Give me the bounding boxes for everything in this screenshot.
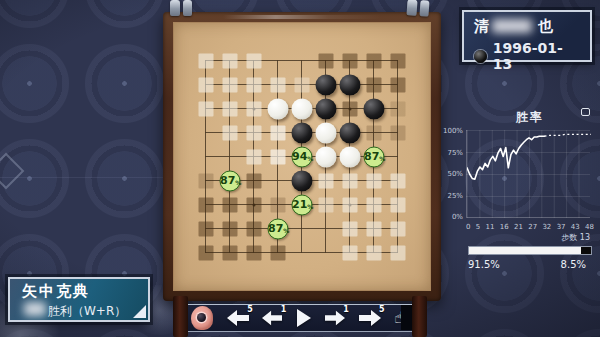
winrate-title: 胜率 bbox=[516, 110, 544, 124]
white-territory-marker bbox=[366, 245, 381, 260]
white-territory-marker bbox=[342, 197, 357, 212]
white-territory-marker bbox=[342, 245, 357, 260]
app-screen: 94%87%87%21%87% 清 也 1996-01-13 胜率 100%75… bbox=[0, 0, 600, 337]
percent-sign: % bbox=[283, 226, 289, 233]
x-tick: 11 bbox=[486, 223, 495, 231]
arrow-left-icon bbox=[227, 310, 249, 326]
white-territory-marker bbox=[366, 221, 381, 236]
player-info-panel: 矢中克典 胜利（W+R） bbox=[8, 277, 150, 322]
winrate-bar bbox=[468, 246, 592, 255]
back-5-moves-button[interactable]: 5 bbox=[227, 310, 249, 326]
star-point bbox=[252, 203, 255, 206]
star-point bbox=[348, 203, 351, 206]
black-territory-marker bbox=[222, 221, 237, 236]
black-stone bbox=[339, 122, 360, 143]
move-number-label: 步数 13 bbox=[440, 232, 590, 243]
ai-move-hint[interactable]: 87% bbox=[219, 170, 240, 191]
y-tick: 50% bbox=[447, 170, 463, 178]
black-territory-marker bbox=[198, 197, 213, 212]
opponent-info-panel: 清 也 1996-01-13 bbox=[462, 10, 592, 62]
hint-winrate: 21 bbox=[292, 197, 307, 210]
ai-move-hint[interactable]: 94% bbox=[291, 146, 312, 167]
white-stone bbox=[339, 146, 360, 167]
black-stone bbox=[291, 122, 312, 143]
x-axis-labels: 051116212732374348 bbox=[466, 223, 594, 231]
y-axis-labels: 100%75%50%25%0% bbox=[440, 127, 466, 221]
back-1-move-button[interactable]: 1 bbox=[262, 310, 282, 326]
hint-winrate: 87 bbox=[364, 149, 379, 162]
white-territory-marker bbox=[270, 149, 285, 164]
x-tick: 32 bbox=[542, 223, 551, 231]
x-tick: 16 bbox=[500, 223, 509, 231]
play-icon bbox=[296, 309, 311, 327]
white-territory-marker bbox=[366, 173, 381, 188]
clip-plate bbox=[170, 0, 180, 16]
white-territory-marker bbox=[222, 125, 237, 140]
go-board[interactable]: 94%87%87%21%87% bbox=[173, 22, 431, 291]
black-territory-marker bbox=[390, 77, 405, 92]
winrate-panel: 胜率 100%75%50%25%0% 051116212732374348 步数… bbox=[440, 106, 600, 270]
white-territory-marker bbox=[270, 77, 285, 92]
y-tick: 25% bbox=[447, 192, 463, 200]
black-winrate-pct: 8.5% bbox=[561, 259, 586, 270]
white-territory-marker bbox=[342, 173, 357, 188]
star-point bbox=[348, 107, 351, 110]
ai-move-hint[interactable]: 21% bbox=[291, 194, 312, 215]
opponent-name: 清 也 bbox=[474, 17, 580, 37]
ai-analysis-button[interactable] bbox=[191, 306, 213, 330]
percent-sign: % bbox=[307, 154, 313, 161]
forward-1-move-button[interactable]: 1 bbox=[325, 310, 345, 326]
white-territory-marker bbox=[270, 125, 285, 140]
go-board-frame: 94%87%87%21%87% bbox=[163, 12, 441, 301]
black-stone bbox=[315, 98, 336, 119]
black-territory-marker bbox=[342, 101, 357, 116]
black-winrate-segment bbox=[581, 247, 591, 254]
expand-chart-icon[interactable] bbox=[581, 108, 590, 116]
black-territory-marker bbox=[222, 245, 237, 260]
white-stone bbox=[267, 98, 288, 119]
black-territory-marker bbox=[222, 197, 237, 212]
y-tick: 0% bbox=[452, 213, 463, 221]
x-tick: 48 bbox=[585, 223, 594, 231]
arrow-right-icon bbox=[325, 310, 345, 326]
winrate-line-chart bbox=[467, 130, 591, 218]
white-winrate-segment bbox=[469, 247, 581, 254]
white-territory-marker bbox=[222, 101, 237, 116]
winrate-plot bbox=[466, 130, 590, 218]
step-count-label: 5 bbox=[247, 305, 253, 314]
white-territory-marker bbox=[366, 197, 381, 212]
percent-sign: % bbox=[235, 178, 241, 185]
white-territory-marker bbox=[222, 77, 237, 92]
arrow-right-icon bbox=[359, 310, 381, 326]
black-territory-marker bbox=[390, 53, 405, 68]
ai-move-hint[interactable]: 87% bbox=[363, 146, 384, 167]
y-tick: 100% bbox=[443, 127, 463, 135]
censored-color-blur bbox=[24, 302, 46, 316]
hanger-clip-right bbox=[406, 0, 429, 17]
hint-winrate: 87 bbox=[268, 221, 283, 234]
x-tick: 5 bbox=[476, 223, 480, 231]
white-territory-marker bbox=[222, 53, 237, 68]
black-territory-marker bbox=[366, 53, 381, 68]
expand-panel-icon[interactable] bbox=[133, 305, 146, 318]
play-button[interactable] bbox=[296, 309, 311, 327]
white-territory-marker bbox=[246, 125, 261, 140]
white-territory-marker bbox=[318, 173, 333, 188]
white-stone bbox=[315, 146, 336, 167]
hint-winrate: 94 bbox=[292, 149, 307, 162]
black-territory-marker bbox=[198, 245, 213, 260]
step-count-label: 5 bbox=[379, 305, 385, 314]
white-territory-marker bbox=[246, 77, 261, 92]
clip-plate bbox=[183, 0, 193, 16]
white-territory-marker bbox=[294, 77, 309, 92]
black-territory-marker bbox=[342, 53, 357, 68]
hanger-clip-left bbox=[170, 0, 192, 16]
black-stone bbox=[339, 74, 360, 95]
x-tick: 27 bbox=[528, 223, 537, 231]
black-territory-marker bbox=[246, 173, 261, 188]
opponent-name-suffix: 也 bbox=[538, 17, 554, 36]
white-winrate-pct: 91.5% bbox=[468, 259, 500, 270]
black-territory-marker bbox=[246, 197, 261, 212]
playback-control-bar: 5 1 1 5 ☝ bbox=[178, 304, 424, 332]
hint-winrate: 87 bbox=[220, 173, 235, 186]
black-territory-marker bbox=[246, 245, 261, 260]
clip-plate bbox=[406, 0, 417, 16]
x-tick: 37 bbox=[557, 223, 566, 231]
black-territory-marker bbox=[366, 77, 381, 92]
black-territory-marker bbox=[366, 125, 381, 140]
game-result: 胜利（W+R） bbox=[48, 304, 126, 318]
black-stone bbox=[363, 98, 384, 119]
white-territory-marker bbox=[246, 53, 261, 68]
arrow-left-icon bbox=[262, 310, 282, 326]
white-territory-marker bbox=[390, 245, 405, 260]
white-stone bbox=[315, 122, 336, 143]
ai-move-hint[interactable]: 87% bbox=[267, 218, 288, 239]
censored-name-blur bbox=[492, 19, 532, 33]
percent-sign: % bbox=[379, 154, 385, 161]
black-territory-marker bbox=[246, 221, 261, 236]
white-territory-marker bbox=[390, 173, 405, 188]
clip-plate bbox=[419, 0, 430, 17]
black-territory-marker bbox=[270, 245, 285, 260]
ai-head-stone-icon bbox=[197, 313, 206, 322]
black-stone bbox=[291, 170, 312, 191]
star-point bbox=[252, 107, 255, 110]
player-name: 矢中克典 bbox=[22, 282, 140, 301]
black-territory-marker bbox=[390, 125, 405, 140]
stand-post-right bbox=[412, 296, 427, 337]
black-territory-marker bbox=[198, 221, 213, 236]
black-stone bbox=[315, 74, 336, 95]
white-territory-marker bbox=[318, 197, 333, 212]
percent-sign: % bbox=[307, 202, 313, 209]
white-territory-marker bbox=[246, 101, 261, 116]
white-territory-marker bbox=[246, 149, 261, 164]
y-tick: 75% bbox=[447, 149, 463, 157]
white-territory-marker bbox=[390, 221, 405, 236]
x-tick: 43 bbox=[571, 223, 580, 231]
opponent-name-prefix: 清 bbox=[474, 17, 490, 35]
forward-5-moves-button[interactable]: 5 bbox=[359, 310, 381, 326]
game-date: 1996-01-13 bbox=[493, 40, 580, 72]
x-tick: 21 bbox=[514, 223, 523, 231]
step-count-label: 1 bbox=[343, 305, 349, 314]
stand-post-left bbox=[173, 296, 188, 337]
bg-chevron-decoration bbox=[0, 153, 24, 190]
black-territory-marker bbox=[318, 53, 333, 68]
white-territory-marker bbox=[198, 101, 213, 116]
step-count-label: 1 bbox=[281, 305, 287, 314]
white-stone bbox=[291, 98, 312, 119]
white-territory-marker bbox=[390, 197, 405, 212]
black-territory-marker bbox=[390, 101, 405, 116]
white-territory-marker bbox=[342, 221, 357, 236]
white-territory-marker bbox=[198, 77, 213, 92]
white-territory-marker bbox=[198, 53, 213, 68]
black-territory-marker bbox=[198, 173, 213, 188]
black-territory-marker bbox=[270, 197, 285, 212]
black-stone-icon bbox=[474, 50, 487, 63]
x-tick: 0 bbox=[466, 223, 470, 231]
